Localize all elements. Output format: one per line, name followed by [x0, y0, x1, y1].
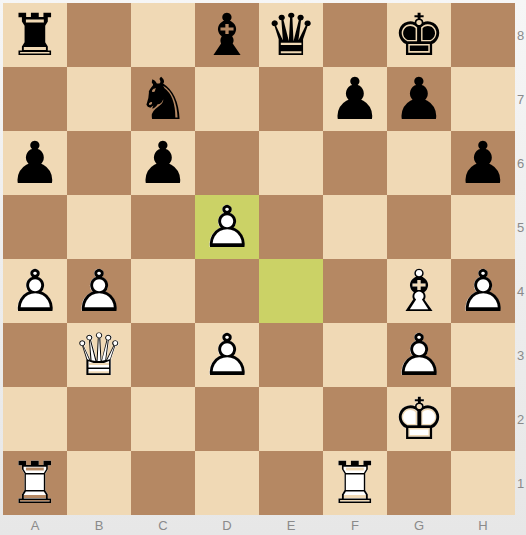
piece-white-pawn[interactable]: ♟♙	[67, 259, 131, 323]
piece-white-queen[interactable]: ♛♕	[67, 323, 131, 387]
rank-label-8: 8	[515, 3, 526, 67]
square-h6[interactable]: ♟	[451, 131, 515, 195]
square-g3[interactable]: ♟♙	[387, 323, 451, 387]
square-c7[interactable]: ♞	[131, 67, 195, 131]
white-queen-glyph-outline: ♕	[73, 323, 125, 387]
white-pawn-glyph-outline: ♙	[201, 323, 253, 387]
square-c5[interactable]	[131, 195, 195, 259]
file-label-b: B	[67, 515, 131, 535]
square-h7[interactable]	[451, 67, 515, 131]
white-pawn-glyph-outline: ♙	[201, 195, 253, 259]
rank-label-4: 4	[515, 259, 526, 323]
square-e7[interactable]	[259, 67, 323, 131]
chess-board-panel: ♜♝♛♚♞♟♟♟♟♟♟♙♟♙♟♙♝♗♟♙♛♕♟♙♟♙♚♔♜♖♜♖ 8765432…	[0, 0, 526, 535]
piece-white-pawn[interactable]: ♟♙	[3, 259, 67, 323]
black-bishop-glyph: ♝	[201, 3, 253, 67]
square-a7[interactable]	[3, 67, 67, 131]
rank-label-5: 5	[515, 195, 526, 259]
square-c1[interactable]	[131, 451, 195, 515]
file-coordinates: ABCDEFGH	[3, 515, 515, 535]
file-label-d: D	[195, 515, 259, 535]
square-f1[interactable]: ♜♖	[323, 451, 387, 515]
file-label-a: A	[3, 515, 67, 535]
piece-white-king[interactable]: ♚♔	[387, 387, 451, 451]
piece-white-rook[interactable]: ♜♖	[323, 451, 387, 515]
black-pawn-glyph: ♟	[329, 67, 381, 131]
square-h5[interactable]	[451, 195, 515, 259]
black-pawn-glyph: ♟	[457, 131, 509, 195]
square-d8[interactable]: ♝	[195, 3, 259, 67]
square-f7[interactable]: ♟	[323, 67, 387, 131]
piece-black-pawn[interactable]: ♟	[3, 131, 67, 195]
piece-white-pawn[interactable]: ♟♙	[195, 195, 259, 259]
white-pawn-glyph-outline: ♙	[9, 259, 61, 323]
file-label-g: G	[387, 515, 451, 535]
square-b6[interactable]	[67, 131, 131, 195]
white-rook-glyph-outline: ♖	[329, 451, 381, 515]
square-g7[interactable]: ♟	[387, 67, 451, 131]
square-e4[interactable]	[259, 259, 323, 323]
square-a3[interactable]	[3, 323, 67, 387]
square-d5[interactable]: ♟♙	[195, 195, 259, 259]
piece-black-king[interactable]: ♚	[387, 3, 451, 67]
rank-label-7: 7	[515, 67, 526, 131]
black-pawn-glyph: ♟	[9, 131, 61, 195]
square-e2[interactable]	[259, 387, 323, 451]
square-a1[interactable]: ♜♖	[3, 451, 67, 515]
square-h8[interactable]	[451, 3, 515, 67]
square-c3[interactable]	[131, 323, 195, 387]
piece-white-pawn[interactable]: ♟♙	[387, 323, 451, 387]
piece-black-pawn[interactable]: ♟	[131, 131, 195, 195]
square-c2[interactable]	[131, 387, 195, 451]
square-d4[interactable]	[195, 259, 259, 323]
square-h4[interactable]: ♟♙	[451, 259, 515, 323]
square-b8[interactable]	[67, 3, 131, 67]
square-c8[interactable]	[131, 3, 195, 67]
black-pawn-glyph: ♟	[393, 67, 445, 131]
square-f4[interactable]	[323, 259, 387, 323]
square-e6[interactable]	[259, 131, 323, 195]
square-h2[interactable]	[451, 387, 515, 451]
rank-coordinates: 87654321	[515, 3, 526, 515]
white-pawn-glyph-outline: ♙	[73, 259, 125, 323]
square-b1[interactable]	[67, 451, 131, 515]
square-f2[interactable]	[323, 387, 387, 451]
square-h1[interactable]	[451, 451, 515, 515]
piece-black-queen[interactable]: ♛	[259, 3, 323, 67]
square-d2[interactable]	[195, 387, 259, 451]
rank-label-3: 3	[515, 323, 526, 387]
white-rook-glyph-outline: ♖	[9, 451, 61, 515]
file-label-e: E	[259, 515, 323, 535]
white-bishop-glyph-outline: ♗	[393, 259, 445, 323]
square-f5[interactable]	[323, 195, 387, 259]
piece-black-bishop[interactable]: ♝	[195, 3, 259, 67]
square-g5[interactable]	[387, 195, 451, 259]
square-c4[interactable]	[131, 259, 195, 323]
black-queen-glyph: ♛	[265, 3, 317, 67]
square-e5[interactable]	[259, 195, 323, 259]
black-rook-glyph: ♜	[9, 3, 61, 67]
square-a4[interactable]: ♟♙	[3, 259, 67, 323]
square-a6[interactable]: ♟	[3, 131, 67, 195]
square-f8[interactable]	[323, 3, 387, 67]
square-b4[interactable]: ♟♙	[67, 259, 131, 323]
square-g2[interactable]: ♚♔	[387, 387, 451, 451]
black-knight-glyph: ♞	[137, 67, 189, 131]
square-b7[interactable]	[67, 67, 131, 131]
square-c6[interactable]: ♟	[131, 131, 195, 195]
square-a8[interactable]: ♜	[3, 3, 67, 67]
white-pawn-glyph-outline: ♙	[393, 323, 445, 387]
piece-black-rook[interactable]: ♜	[3, 3, 67, 67]
rank-label-1: 1	[515, 451, 526, 515]
square-d1[interactable]	[195, 451, 259, 515]
piece-black-pawn[interactable]: ♟	[451, 131, 515, 195]
piece-white-pawn[interactable]: ♟♙	[451, 259, 515, 323]
piece-black-pawn[interactable]: ♟	[387, 67, 451, 131]
black-king-glyph: ♚	[393, 3, 445, 67]
chess-board: ♜♝♛♚♞♟♟♟♟♟♟♙♟♙♟♙♝♗♟♙♛♕♟♙♟♙♚♔♜♖♜♖	[3, 3, 515, 515]
piece-black-pawn[interactable]: ♟	[323, 67, 387, 131]
square-e8[interactable]: ♛	[259, 3, 323, 67]
square-b3[interactable]: ♛♕	[67, 323, 131, 387]
square-b2[interactable]	[67, 387, 131, 451]
square-e3[interactable]	[259, 323, 323, 387]
piece-white-rook[interactable]: ♜♖	[3, 451, 67, 515]
rank-label-6: 6	[515, 131, 526, 195]
file-label-c: C	[131, 515, 195, 535]
square-a5[interactable]	[3, 195, 67, 259]
piece-white-pawn[interactable]: ♟♙	[195, 323, 259, 387]
square-a2[interactable]	[3, 387, 67, 451]
black-pawn-glyph: ♟	[137, 131, 189, 195]
square-d3[interactable]: ♟♙	[195, 323, 259, 387]
square-f6[interactable]	[323, 131, 387, 195]
square-d6[interactable]	[195, 131, 259, 195]
file-label-h: H	[451, 515, 515, 535]
square-f3[interactable]	[323, 323, 387, 387]
square-h3[interactable]	[451, 323, 515, 387]
square-g4[interactable]: ♝♗	[387, 259, 451, 323]
square-b5[interactable]	[67, 195, 131, 259]
piece-black-knight[interactable]: ♞	[131, 67, 195, 131]
square-e1[interactable]	[259, 451, 323, 515]
piece-white-bishop[interactable]: ♝♗	[387, 259, 451, 323]
square-g6[interactable]	[387, 131, 451, 195]
rank-label-2: 2	[515, 387, 526, 451]
white-king-glyph-outline: ♔	[393, 387, 445, 451]
white-pawn-glyph-outline: ♙	[457, 259, 509, 323]
square-d7[interactable]	[195, 67, 259, 131]
square-g8[interactable]: ♚	[387, 3, 451, 67]
square-g1[interactable]	[387, 451, 451, 515]
file-label-f: F	[323, 515, 387, 535]
